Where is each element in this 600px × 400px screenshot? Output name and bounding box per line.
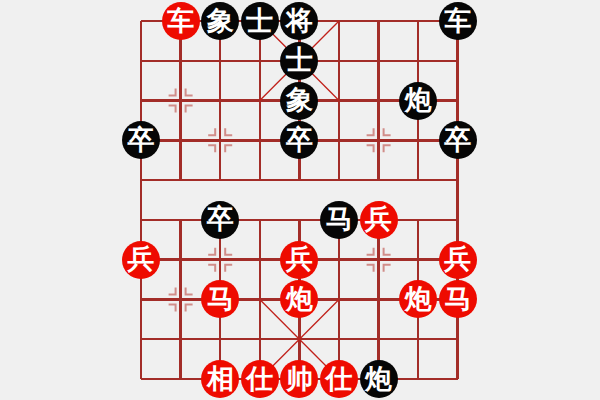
- red-pawn[interactable]: 兵: [360, 201, 398, 239]
- black-pawn[interactable]: 卒: [201, 201, 239, 239]
- red-pawn[interactable]: 兵: [122, 241, 160, 279]
- black-pawn[interactable]: 卒: [439, 121, 477, 159]
- red-horse[interactable]: 马: [439, 280, 477, 318]
- red-elephant[interactable]: 相: [201, 360, 239, 398]
- red-horse[interactable]: 马: [201, 280, 239, 318]
- black-advisor[interactable]: 士: [280, 42, 318, 80]
- red-chariot[interactable]: 车: [162, 2, 200, 40]
- black-elephant[interactable]: 象: [201, 2, 239, 40]
- red-pawn[interactable]: 兵: [280, 241, 318, 279]
- black-cannon[interactable]: 炮: [360, 360, 398, 398]
- black-pawn[interactable]: 卒: [280, 121, 318, 159]
- red-pawn[interactable]: 兵: [439, 241, 477, 279]
- black-cannon[interactable]: 炮: [399, 82, 437, 120]
- black-elephant[interactable]: 象: [280, 82, 318, 120]
- black-pawn[interactable]: 卒: [122, 121, 160, 159]
- red-advisor[interactable]: 仕: [241, 360, 279, 398]
- red-general[interactable]: 帅: [280, 360, 318, 398]
- xiangqi-app: 车象士将车士象炮卒卒卒卒马兵兵兵兵马炮炮马相仕帅仕炮: [0, 0, 600, 400]
- black-advisor[interactable]: 士: [241, 2, 279, 40]
- black-chariot[interactable]: 车: [439, 2, 477, 40]
- black-horse[interactable]: 马: [320, 201, 358, 239]
- red-advisor[interactable]: 仕: [320, 360, 358, 398]
- xiangqi-board[interactable]: 车象士将车士象炮卒卒卒卒马兵兵兵兵马炮炮马相仕帅仕炮: [0, 0, 600, 400]
- black-general[interactable]: 将: [280, 2, 318, 40]
- red-cannon[interactable]: 炮: [280, 280, 318, 318]
- red-cannon[interactable]: 炮: [399, 280, 437, 318]
